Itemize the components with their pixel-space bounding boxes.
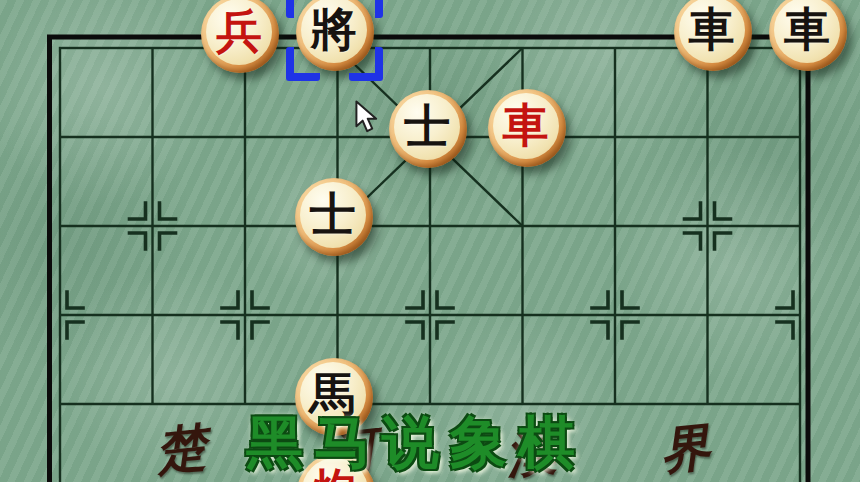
piece-glyph: 士 bbox=[310, 191, 356, 237]
mouse-cursor-icon bbox=[355, 100, 379, 134]
piece-glyph: 將 bbox=[311, 6, 357, 52]
piece-face: 將 bbox=[301, 0, 367, 63]
piece-glyph: 車 bbox=[784, 6, 830, 52]
piece-glyph: 兵 bbox=[216, 8, 262, 54]
river-char-chu: 楚 bbox=[154, 422, 209, 477]
piece-glyph: 車 bbox=[503, 102, 549, 148]
piece-face: 士 bbox=[300, 182, 366, 248]
piece-black-advisor-1[interactable]: 士 bbox=[389, 90, 467, 168]
piece-black-advisor-2[interactable]: 士 bbox=[295, 178, 373, 256]
piece-face: 士 bbox=[394, 94, 460, 160]
piece-red-chariot[interactable]: 車 bbox=[488, 89, 566, 167]
xiangqi-board: 楚 河 漢 界 兵將車車士車士馬炮 黑马说象棋 bbox=[0, 0, 860, 482]
watermark-text: 黑马说象棋 bbox=[246, 414, 586, 471]
river-char-jie: 界 bbox=[658, 422, 713, 477]
piece-face: 車 bbox=[493, 93, 559, 159]
piece-glyph: 車 bbox=[689, 6, 735, 52]
piece-face: 兵 bbox=[206, 0, 272, 65]
piece-face: 車 bbox=[679, 0, 745, 63]
piece-face: 車 bbox=[774, 0, 840, 63]
piece-glyph: 士 bbox=[404, 103, 450, 149]
